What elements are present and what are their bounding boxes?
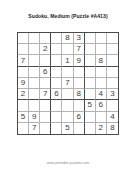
cell-r7c2[interactable]: [29, 100, 40, 111]
cell-r5c6[interactable]: [74, 78, 85, 89]
page-title: Sudoku, Medium (Puzzle #A413): [0, 13, 136, 19]
cell-r7c5[interactable]: [62, 100, 73, 111]
cell-r5c7[interactable]: [85, 78, 96, 89]
cell-r9c4[interactable]: [51, 123, 62, 134]
cell-r7c9[interactable]: [107, 100, 118, 111]
cell-r3c9[interactable]: [107, 55, 118, 66]
cell-r9c9: 8: [107, 123, 118, 134]
cell-r8c4[interactable]: [51, 112, 62, 123]
cell-r4c7[interactable]: [85, 67, 96, 78]
cell-r7c8: 6: [96, 100, 107, 111]
cell-r6c9: 3: [107, 89, 118, 100]
cell-r9c8: 2: [96, 123, 107, 134]
cell-r4c4[interactable]: [51, 67, 62, 78]
cell-r2c9[interactable]: [107, 44, 118, 55]
cell-r3c8: 8: [96, 55, 107, 66]
cell-r4c3: 6: [40, 67, 51, 78]
cell-r1c3[interactable]: [40, 33, 51, 44]
cell-r3c2[interactable]: [29, 55, 40, 66]
puzzle-page: Sudoku, Medium (Puzzle #A413) 8327719869…: [0, 0, 136, 176]
cell-r2c3: 2: [40, 44, 51, 55]
cell-r9c6[interactable]: [74, 123, 85, 134]
sudoku-board: 832771986972768435659647528: [17, 32, 119, 135]
cell-r8c1: 5: [18, 112, 29, 123]
cell-r6c5[interactable]: [62, 89, 73, 100]
cell-r5c4[interactable]: [51, 78, 62, 89]
cell-r6c2[interactable]: [29, 89, 40, 100]
cell-r4c2[interactable]: [29, 67, 40, 78]
cell-r3c7[interactable]: [85, 55, 96, 66]
cell-r6c8: 4: [96, 89, 107, 100]
cell-r5c9[interactable]: [107, 78, 118, 89]
cell-r7c3[interactable]: [40, 100, 51, 111]
cell-r5c5: 7: [62, 78, 73, 89]
cell-r8c9: 4: [107, 112, 118, 123]
cell-r4c1[interactable]: [18, 67, 29, 78]
cell-r6c4: 6: [51, 89, 62, 100]
cell-r3c1: 7: [18, 55, 29, 66]
cell-r7c1[interactable]: [18, 100, 29, 111]
cell-r6c7[interactable]: [85, 89, 96, 100]
cell-r8c5[interactable]: [62, 112, 73, 123]
cell-r1c1[interactable]: [18, 33, 29, 44]
cell-r3c6: 9: [74, 55, 85, 66]
cell-r7c6[interactable]: [74, 100, 85, 111]
footer-url: www.printable-puzzles.com: [0, 161, 136, 165]
cell-r3c3[interactable]: [40, 55, 51, 66]
cell-r9c2: 7: [29, 123, 40, 134]
cell-r7c4[interactable]: [51, 100, 62, 111]
cell-r2c8[interactable]: [96, 44, 107, 55]
cell-r8c6: 6: [74, 112, 85, 123]
cell-r9c1[interactable]: [18, 123, 29, 134]
cell-r1c7[interactable]: [85, 33, 96, 44]
cell-r3c4[interactable]: [51, 55, 62, 66]
cell-r8c2: 9: [29, 112, 40, 123]
cell-r4c6[interactable]: [74, 67, 85, 78]
cell-r8c7[interactable]: [85, 112, 96, 123]
cell-r5c3[interactable]: [40, 78, 51, 89]
cell-r2c5[interactable]: [62, 44, 73, 55]
cell-r4c9[interactable]: [107, 67, 118, 78]
cell-r6c6: 8: [74, 89, 85, 100]
cell-r2c2[interactable]: [29, 44, 40, 55]
cell-r8c8[interactable]: [96, 112, 107, 123]
cell-r5c2[interactable]: [29, 78, 40, 89]
cell-r7c7: 5: [85, 100, 96, 111]
cell-r2c1[interactable]: [18, 44, 29, 55]
cell-r5c1: 9: [18, 78, 29, 89]
cell-r8c3[interactable]: [40, 112, 51, 123]
cell-r1c9[interactable]: [107, 33, 118, 44]
cell-r9c7[interactable]: [85, 123, 96, 134]
cell-r1c5: 8: [62, 33, 73, 44]
cell-r9c3[interactable]: [40, 123, 51, 134]
cell-r6c3: 7: [40, 89, 51, 100]
cell-r1c6: 3: [74, 33, 85, 44]
cell-r9c5: 5: [62, 123, 73, 134]
cell-r2c4[interactable]: [51, 44, 62, 55]
cell-r1c2[interactable]: [29, 33, 40, 44]
cell-r2c6: 7: [74, 44, 85, 55]
cell-r1c8[interactable]: [96, 33, 107, 44]
cell-r3c5: 1: [62, 55, 73, 66]
cell-r4c5[interactable]: [62, 67, 73, 78]
cell-r4c8[interactable]: [96, 67, 107, 78]
cell-r2c7[interactable]: [85, 44, 96, 55]
cell-r6c1: 2: [18, 89, 29, 100]
cell-r5c8[interactable]: [96, 78, 107, 89]
cell-r1c4[interactable]: [51, 33, 62, 44]
